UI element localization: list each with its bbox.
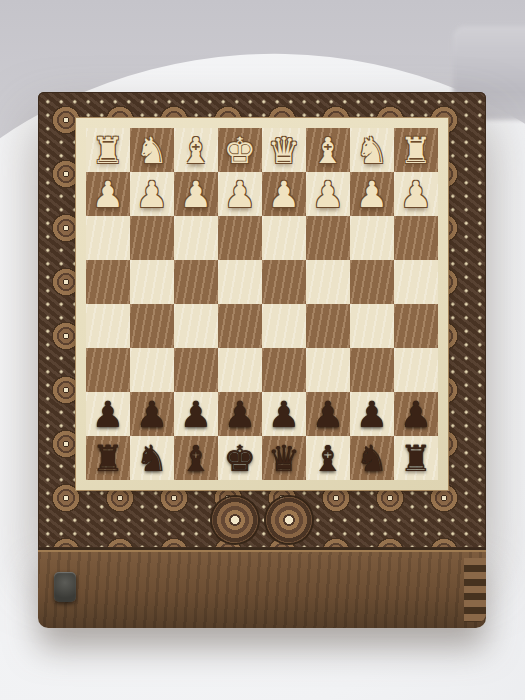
square-g6[interactable] [130,348,174,392]
square-d5[interactable] [262,304,306,348]
square-c8[interactable]: ♝ [306,436,350,480]
black-rook-a8[interactable]: ♜ [394,436,438,480]
white-pawn-h2[interactable]: ♟ [86,172,130,216]
square-f1[interactable]: ♝ [174,128,218,172]
square-g4[interactable] [130,260,174,304]
square-h6[interactable] [86,348,130,392]
square-g1[interactable]: ♞ [130,128,174,172]
white-rook-a1[interactable]: ♜ [394,128,438,172]
white-pawn-e2[interactable]: ♟ [218,172,262,216]
square-d4[interactable] [262,260,306,304]
square-a8[interactable]: ♜ [394,436,438,480]
square-f6[interactable] [174,348,218,392]
square-c4[interactable] [306,260,350,304]
black-rook-h8[interactable]: ♜ [86,436,130,480]
square-h1[interactable]: ♜ [86,128,130,172]
black-knight-b8[interactable]: ♞ [350,436,394,480]
square-d2[interactable]: ♟ [262,172,306,216]
square-f4[interactable] [174,260,218,304]
square-h3[interactable] [86,216,130,260]
photo-scene: ♜♞♝♚♛♝♞♜♟♟♟♟♟♟♟♟♟♟♟♟♟♟♟♟♜♞♝♚♛♝♞♜ [0,0,525,700]
white-knight-b1[interactable]: ♞ [350,128,394,172]
black-pawn-c7[interactable]: ♟ [306,392,350,436]
square-b4[interactable] [350,260,394,304]
white-queen-d1[interactable]: ♛ [262,128,306,172]
square-g8[interactable]: ♞ [130,436,174,480]
square-a7[interactable]: ♟ [394,392,438,436]
black-knight-g8[interactable]: ♞ [130,436,174,480]
square-a6[interactable] [394,348,438,392]
white-pawn-g2[interactable]: ♟ [130,172,174,216]
black-pawn-e7[interactable]: ♟ [218,392,262,436]
square-c5[interactable] [306,304,350,348]
square-d3[interactable] [262,216,306,260]
square-a1[interactable]: ♜ [394,128,438,172]
black-king-e8[interactable]: ♚ [218,436,262,480]
black-queen-d8[interactable]: ♛ [262,436,306,480]
square-a2[interactable]: ♟ [394,172,438,216]
chess-box: ♜♞♝♚♛♝♞♜♟♟♟♟♟♟♟♟♟♟♟♟♟♟♟♟♜♞♝♚♛♝♞♜ [38,92,486,628]
square-a4[interactable] [394,260,438,304]
black-pawn-g7[interactable]: ♟ [130,392,174,436]
square-e5[interactable] [218,304,262,348]
square-b5[interactable] [350,304,394,348]
border-medallion [212,497,312,543]
white-pawn-c2[interactable]: ♟ [306,172,350,216]
white-pawn-f2[interactable]: ♟ [174,172,218,216]
dovetail-joint [464,558,486,622]
white-pawn-d2[interactable]: ♟ [262,172,306,216]
white-bishop-f1[interactable]: ♝ [174,128,218,172]
box-side-panel [38,550,486,628]
white-pawn-a2[interactable]: ♟ [394,172,438,216]
square-b1[interactable]: ♞ [350,128,394,172]
board-inner-border: ♜♞♝♚♛♝♞♜♟♟♟♟♟♟♟♟♟♟♟♟♟♟♟♟♜♞♝♚♛♝♞♜ [76,118,448,490]
medallion-rosette-icon [266,497,312,543]
square-e3[interactable] [218,216,262,260]
square-e7[interactable]: ♟ [218,392,262,436]
square-a5[interactable] [394,304,438,348]
square-c2[interactable]: ♟ [306,172,350,216]
square-c7[interactable]: ♟ [306,392,350,436]
square-f5[interactable] [174,304,218,348]
square-h2[interactable]: ♟ [86,172,130,216]
square-c6[interactable] [306,348,350,392]
square-g2[interactable]: ♟ [130,172,174,216]
square-c1[interactable]: ♝ [306,128,350,172]
white-king-e1[interactable]: ♚ [218,128,262,172]
square-f7[interactable]: ♟ [174,392,218,436]
square-g7[interactable]: ♟ [130,392,174,436]
square-h7[interactable]: ♟ [86,392,130,436]
medallion-rosette-icon [212,497,258,543]
white-rook-h1[interactable]: ♜ [86,128,130,172]
black-pawn-h7[interactable]: ♟ [86,392,130,436]
square-g3[interactable] [130,216,174,260]
chess-board: ♜♞♝♚♛♝♞♜♟♟♟♟♟♟♟♟♟♟♟♟♟♟♟♟♜♞♝♚♛♝♞♜ [86,128,438,480]
square-d8[interactable]: ♛ [262,436,306,480]
black-pawn-d7[interactable]: ♟ [262,392,306,436]
square-a3[interactable] [394,216,438,260]
black-bishop-c8[interactable]: ♝ [306,436,350,480]
square-b3[interactable] [350,216,394,260]
black-pawn-a7[interactable]: ♟ [394,392,438,436]
square-b2[interactable]: ♟ [350,172,394,216]
black-pawn-f7[interactable]: ♟ [174,392,218,436]
black-pawn-b7[interactable]: ♟ [350,392,394,436]
square-d6[interactable] [262,348,306,392]
square-c3[interactable] [306,216,350,260]
square-e1[interactable]: ♚ [218,128,262,172]
square-b8[interactable]: ♞ [350,436,394,480]
square-e4[interactable] [218,260,262,304]
square-d1[interactable]: ♛ [262,128,306,172]
square-e6[interactable] [218,348,262,392]
square-h4[interactable] [86,260,130,304]
square-d7[interactable]: ♟ [262,392,306,436]
square-e2[interactable]: ♟ [218,172,262,216]
square-h8[interactable]: ♜ [86,436,130,480]
white-pawn-b2[interactable]: ♟ [350,172,394,216]
black-bishop-f8[interactable]: ♝ [174,436,218,480]
square-f2[interactable]: ♟ [174,172,218,216]
square-f8[interactable]: ♝ [174,436,218,480]
square-g5[interactable] [130,304,174,348]
square-f3[interactable] [174,216,218,260]
square-h5[interactable] [86,304,130,348]
metal-clasp-icon [54,572,76,602]
white-knight-g1[interactable]: ♞ [130,128,174,172]
carved-border-frame: ♜♞♝♚♛♝♞♜♟♟♟♟♟♟♟♟♟♟♟♟♟♟♟♟♜♞♝♚♛♝♞♜ [38,92,486,550]
square-b6[interactable] [350,348,394,392]
white-bishop-c1[interactable]: ♝ [306,128,350,172]
square-e8[interactable]: ♚ [218,436,262,480]
square-b7[interactable]: ♟ [350,392,394,436]
